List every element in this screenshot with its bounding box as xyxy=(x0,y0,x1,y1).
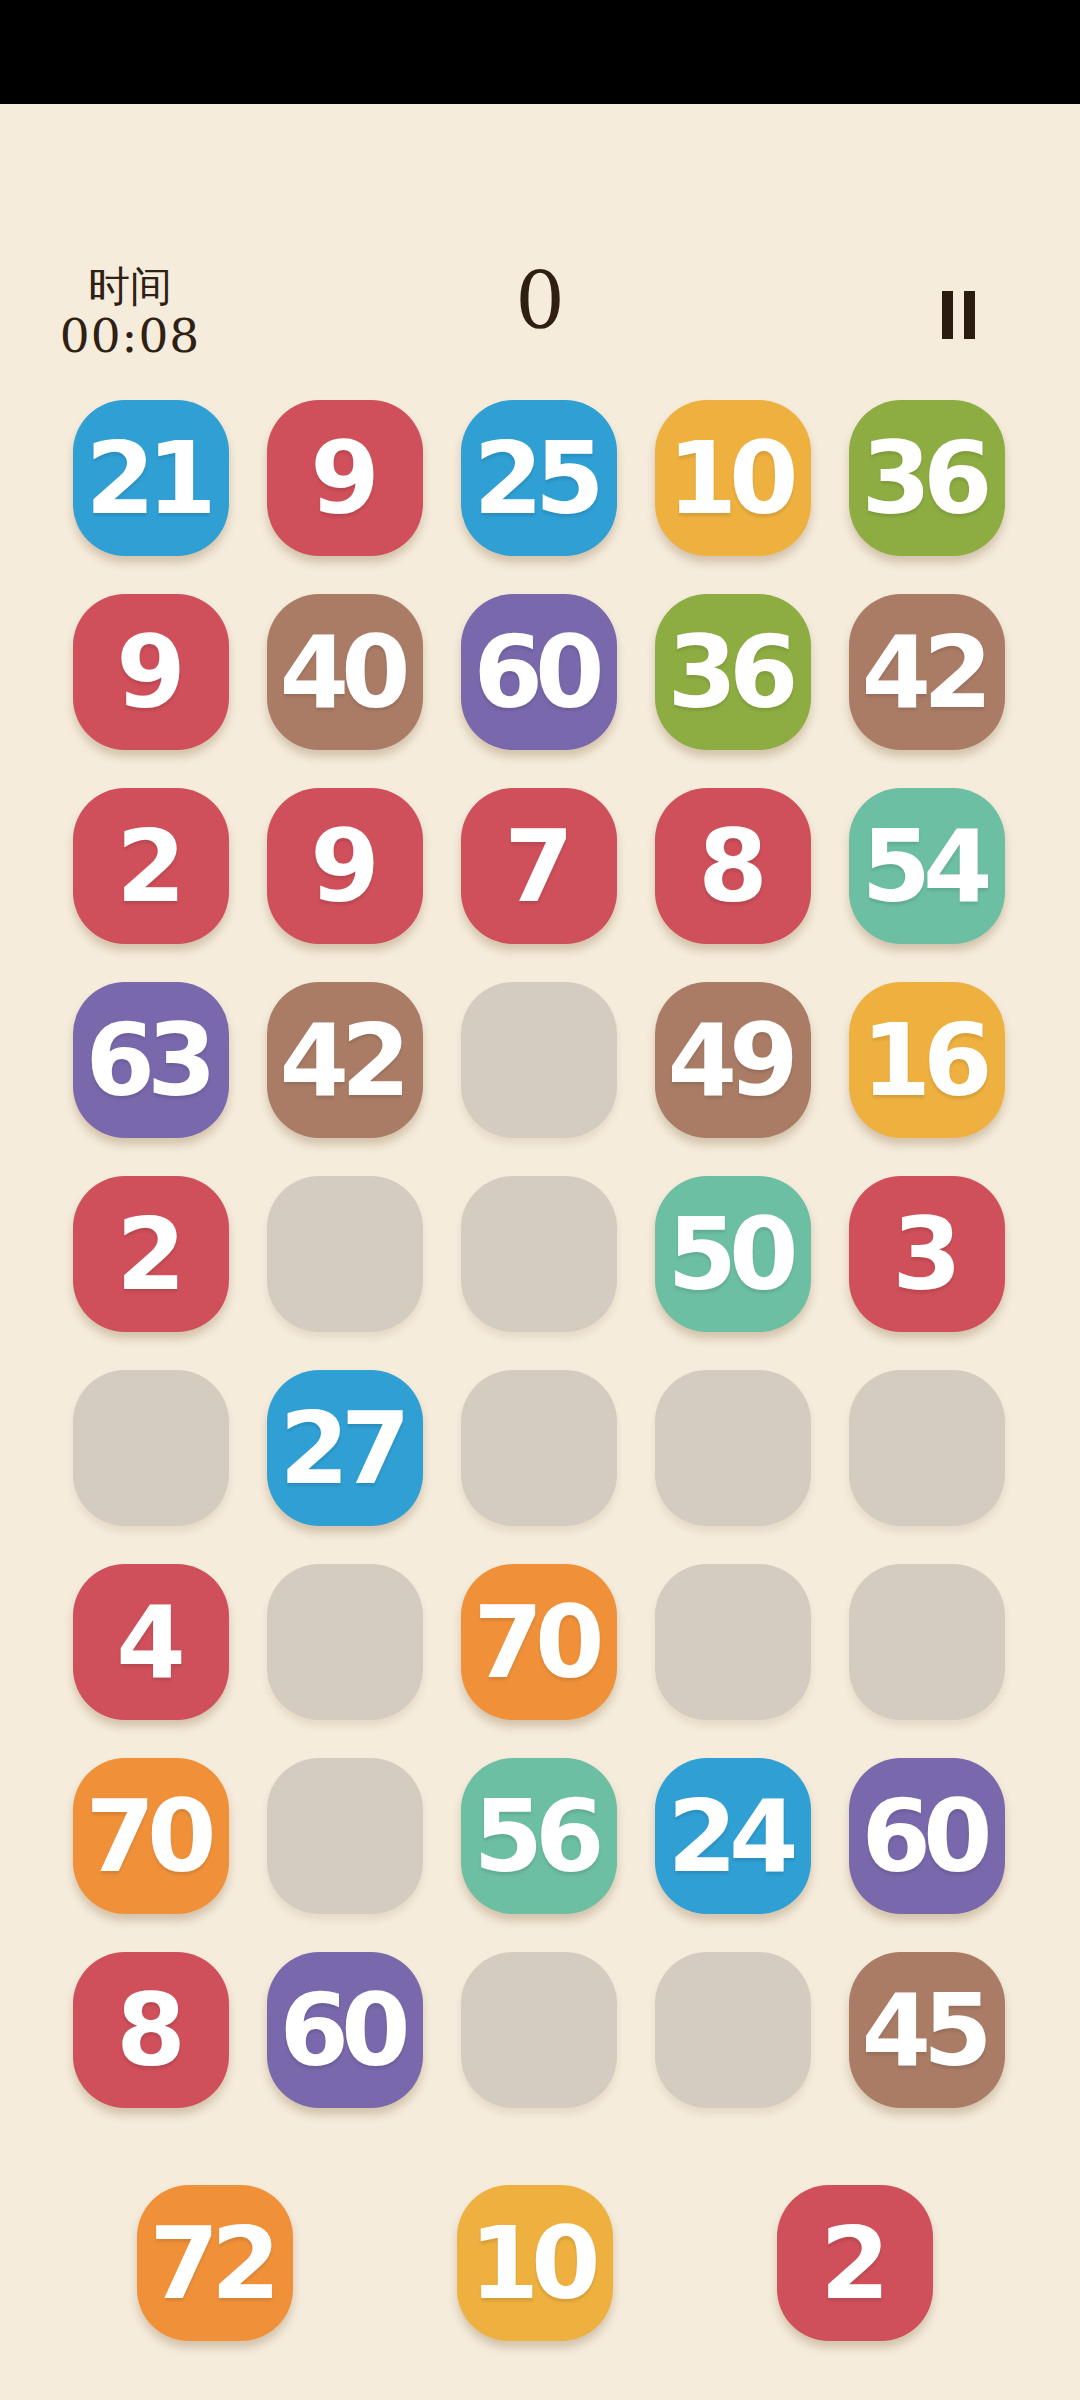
pause-button[interactable] xyxy=(930,282,986,348)
score-value: 0 xyxy=(0,260,1080,342)
game-screen: 时间 00:08 0 21925103694060364229785463424… xyxy=(0,0,1080,2400)
board-tile-r2c3[interactable]: 60 xyxy=(461,594,617,750)
board-tile-r4c5[interactable]: 16 xyxy=(849,982,1005,1138)
board-tile-r1c4[interactable]: 10 xyxy=(655,400,811,556)
board-tile-r8c3[interactable]: 56 xyxy=(461,1758,617,1914)
pause-icon xyxy=(964,291,975,339)
board-tile-r2c4[interactable]: 36 xyxy=(655,594,811,750)
empty-cell-r8c2 xyxy=(267,1758,423,1914)
board-tile-r5c4[interactable]: 50 xyxy=(655,1176,811,1332)
empty-cell-r6c1 xyxy=(73,1370,229,1526)
board-tile-r1c3[interactable]: 25 xyxy=(461,400,617,556)
board-tile-r8c1[interactable]: 70 xyxy=(73,1758,229,1914)
board-tile-r4c2[interactable]: 42 xyxy=(267,982,423,1138)
empty-cell-r9c3 xyxy=(461,1952,617,2108)
empty-cell-r6c5 xyxy=(849,1370,1005,1526)
board-tile-r3c3[interactable]: 7 xyxy=(461,788,617,944)
board-tile-r5c1[interactable]: 2 xyxy=(73,1176,229,1332)
status-bar xyxy=(0,0,1080,104)
board-tile-r2c2[interactable]: 40 xyxy=(267,594,423,750)
board-tile-r9c1[interactable]: 8 xyxy=(73,1952,229,2108)
empty-cell-r9c4 xyxy=(655,1952,811,2108)
board-tile-r1c2[interactable]: 9 xyxy=(267,400,423,556)
board-tile-r6c2[interactable]: 27 xyxy=(267,1370,423,1526)
board-tile-r2c1[interactable]: 9 xyxy=(73,594,229,750)
board-tile-r4c4[interactable]: 49 xyxy=(655,982,811,1138)
board-tile-r9c5[interactable]: 45 xyxy=(849,1952,1005,2108)
pause-icon xyxy=(942,291,953,339)
board-tile-r3c1[interactable]: 2 xyxy=(73,788,229,944)
board-tile-r9c2[interactable]: 60 xyxy=(267,1952,423,2108)
empty-cell-r6c3 xyxy=(461,1370,617,1526)
board-tile-r2c5[interactable]: 42 xyxy=(849,594,1005,750)
board-tile-r5c5[interactable]: 3 xyxy=(849,1176,1005,1332)
empty-cell-r5c3 xyxy=(461,1176,617,1332)
empty-cell-r7c2 xyxy=(267,1564,423,1720)
target-row: 72102 xyxy=(137,2185,933,2341)
board-tile-r1c1[interactable]: 21 xyxy=(73,400,229,556)
target-tile-3[interactable]: 2 xyxy=(777,2185,933,2341)
board-tile-r4c1[interactable]: 63 xyxy=(73,982,229,1138)
board-tile-r8c5[interactable]: 60 xyxy=(849,1758,1005,1914)
empty-cell-r7c5 xyxy=(849,1564,1005,1720)
board-tile-r3c5[interactable]: 54 xyxy=(849,788,1005,944)
target-tile-2[interactable]: 10 xyxy=(457,2185,613,2341)
board-tile-r3c4[interactable]: 8 xyxy=(655,788,811,944)
empty-cell-r4c3 xyxy=(461,982,617,1138)
empty-cell-r5c2 xyxy=(267,1176,423,1332)
board-tile-r1c5[interactable]: 36 xyxy=(849,400,1005,556)
board-tile-r7c3[interactable]: 70 xyxy=(461,1564,617,1720)
board-tile-r7c1[interactable]: 4 xyxy=(73,1564,229,1720)
board-tile-r8c4[interactable]: 24 xyxy=(655,1758,811,1914)
empty-cell-r6c4 xyxy=(655,1370,811,1526)
target-tile-1[interactable]: 72 xyxy=(137,2185,293,2341)
header: 时间 00:08 0 xyxy=(0,104,1080,400)
board-tile-r3c2[interactable]: 9 xyxy=(267,788,423,944)
game-board: 2192510369406036422978546342491625032747… xyxy=(73,400,1005,2400)
empty-cell-r7c4 xyxy=(655,1564,811,1720)
